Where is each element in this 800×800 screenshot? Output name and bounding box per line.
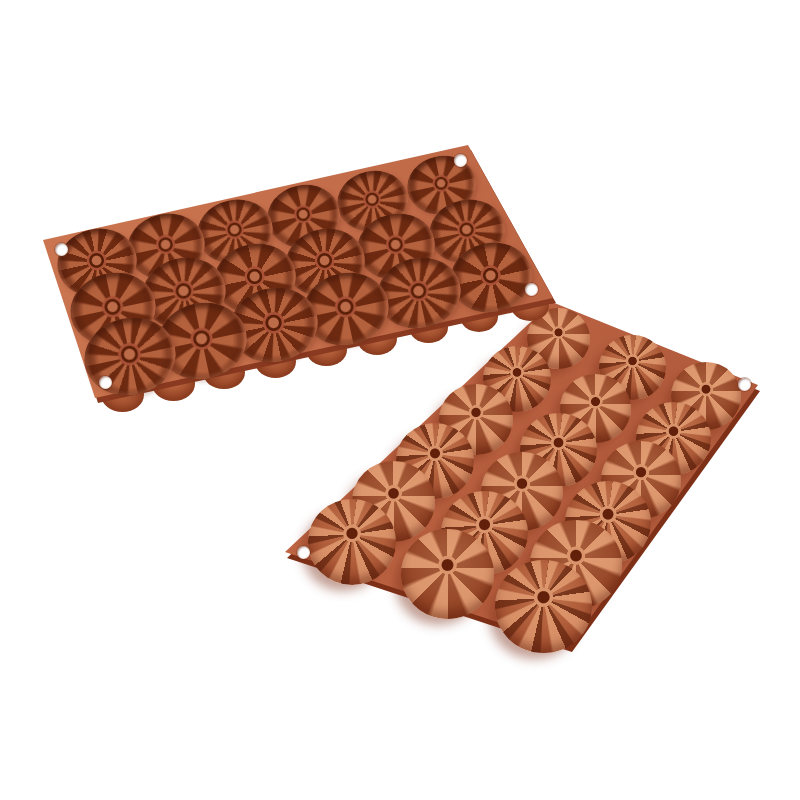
corner-hole [525, 283, 538, 296]
corner-hole [454, 154, 467, 167]
corner-hole [55, 243, 68, 256]
product-photo [0, 0, 800, 800]
corner-hole [99, 376, 112, 389]
back-mold [0, 0, 800, 800]
